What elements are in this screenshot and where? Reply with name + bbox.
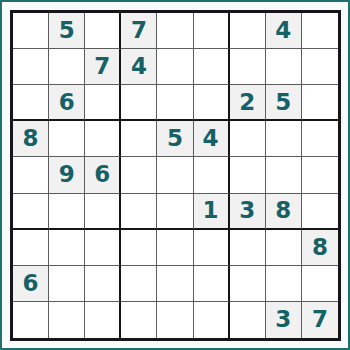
cell-r7c2[interactable]: [49, 230, 85, 266]
cell-r8c9[interactable]: [302, 266, 338, 302]
cell-r9c9: 7: [302, 302, 338, 338]
cell-r2c1[interactable]: [13, 49, 49, 85]
cell-r7c3[interactable]: [85, 230, 121, 266]
cell-r4c1: 8: [13, 121, 49, 157]
cell-r4c6: 4: [194, 121, 230, 157]
cell-r8c3[interactable]: [85, 266, 121, 302]
cell-r5c8[interactable]: [266, 157, 302, 193]
cell-r8c6[interactable]: [194, 266, 230, 302]
cell-r8c7[interactable]: [230, 266, 266, 302]
cell-r4c9[interactable]: [302, 121, 338, 157]
cell-r8c8[interactable]: [266, 266, 302, 302]
cell-r3c1[interactable]: [13, 85, 49, 121]
cell-r1c4: 7: [121, 13, 157, 49]
cell-r1c3[interactable]: [85, 13, 121, 49]
page-frame: 57474625854961388637: [0, 0, 350, 350]
cell-r9c4[interactable]: [121, 302, 157, 338]
cell-r3c9[interactable]: [302, 85, 338, 121]
cell-r4c8[interactable]: [266, 121, 302, 157]
cell-r6c1[interactable]: [13, 194, 49, 230]
cell-r9c2[interactable]: [49, 302, 85, 338]
cell-r9c5[interactable]: [157, 302, 193, 338]
cell-r2c4: 4: [121, 49, 157, 85]
cell-r9c6[interactable]: [194, 302, 230, 338]
cell-r2c2[interactable]: [49, 49, 85, 85]
cell-r7c1[interactable]: [13, 230, 49, 266]
cell-r8c1: 6: [13, 266, 49, 302]
cell-r1c8: 4: [266, 13, 302, 49]
cell-r5c7[interactable]: [230, 157, 266, 193]
cell-r4c5: 5: [157, 121, 193, 157]
cell-r3c2: 6: [49, 85, 85, 121]
sudoku-board: 57474625854961388637: [10, 10, 341, 341]
cell-r4c3[interactable]: [85, 121, 121, 157]
cell-r1c9[interactable]: [302, 13, 338, 49]
cell-r8c2[interactable]: [49, 266, 85, 302]
cell-r3c6[interactable]: [194, 85, 230, 121]
cell-r6c9[interactable]: [302, 194, 338, 230]
cell-r2c7[interactable]: [230, 49, 266, 85]
cell-r5c9[interactable]: [302, 157, 338, 193]
cell-r7c7[interactable]: [230, 230, 266, 266]
cell-r4c4[interactable]: [121, 121, 157, 157]
cell-r3c5[interactable]: [157, 85, 193, 121]
cell-r7c5[interactable]: [157, 230, 193, 266]
cell-r6c8: 8: [266, 194, 302, 230]
cell-r4c2[interactable]: [49, 121, 85, 157]
cell-r2c5[interactable]: [157, 49, 193, 85]
cell-r3c7: 2: [230, 85, 266, 121]
cell-r7c6[interactable]: [194, 230, 230, 266]
cell-r7c8[interactable]: [266, 230, 302, 266]
cell-r3c3[interactable]: [85, 85, 121, 121]
cell-r6c5[interactable]: [157, 194, 193, 230]
cell-r3c8: 5: [266, 85, 302, 121]
cell-r1c1[interactable]: [13, 13, 49, 49]
cell-r6c4[interactable]: [121, 194, 157, 230]
cell-r9c1[interactable]: [13, 302, 49, 338]
cell-r5c5[interactable]: [157, 157, 193, 193]
cell-r2c3: 7: [85, 49, 121, 85]
cell-r7c9: 8: [302, 230, 338, 266]
cell-r2c8[interactable]: [266, 49, 302, 85]
cell-r5c6[interactable]: [194, 157, 230, 193]
cell-r6c6: 1: [194, 194, 230, 230]
cell-r8c4[interactable]: [121, 266, 157, 302]
cell-r1c6[interactable]: [194, 13, 230, 49]
cell-r4c7[interactable]: [230, 121, 266, 157]
cell-r9c3[interactable]: [85, 302, 121, 338]
cell-r8c5[interactable]: [157, 266, 193, 302]
cell-r1c2: 5: [49, 13, 85, 49]
cell-r6c7: 3: [230, 194, 266, 230]
cell-r9c8: 3: [266, 302, 302, 338]
cell-r5c1[interactable]: [13, 157, 49, 193]
cell-r9c7[interactable]: [230, 302, 266, 338]
cell-r1c7[interactable]: [230, 13, 266, 49]
cell-r6c2[interactable]: [49, 194, 85, 230]
cell-r2c6[interactable]: [194, 49, 230, 85]
cell-r1c5[interactable]: [157, 13, 193, 49]
cell-r3c4[interactable]: [121, 85, 157, 121]
cell-r5c2: 9: [49, 157, 85, 193]
cell-r5c3: 6: [85, 157, 121, 193]
cell-r5c4[interactable]: [121, 157, 157, 193]
cell-r7c4[interactable]: [121, 230, 157, 266]
cell-r2c9[interactable]: [302, 49, 338, 85]
cell-r6c3[interactable]: [85, 194, 121, 230]
